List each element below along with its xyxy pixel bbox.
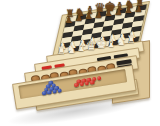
blue-peg: [47, 90, 52, 95]
product-photo-wooden-games-box: ♜♞♝♛♚♝♞♜♟♟♟♟♟♟♟♟♟♟♟♟♟♟♟♟♜♞♝♛♚♝♞♜: [0, 0, 160, 126]
red-peg: [89, 80, 94, 85]
red-peg: [74, 82, 79, 87]
blue-peg: [57, 88, 62, 93]
red-peg: [97, 75, 102, 80]
red-peg: [79, 81, 84, 86]
blue-peg: [52, 89, 57, 94]
